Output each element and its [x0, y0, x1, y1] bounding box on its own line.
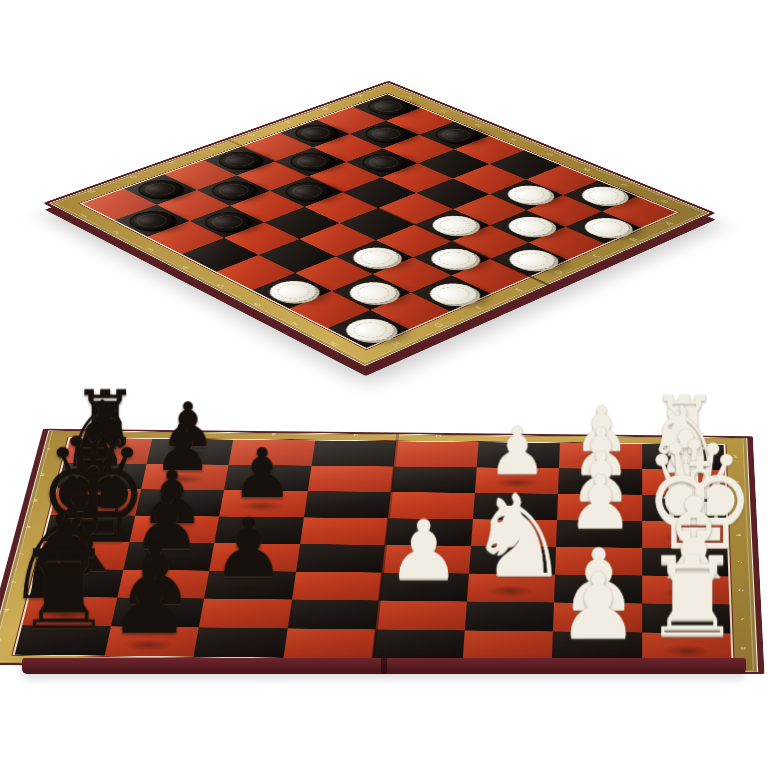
- rank-label: 8: [0, 638, 2, 641]
- file-label: G: [189, 433, 196, 436]
- black-square[interactable]: [304, 491, 391, 518]
- chess-board: HHGGFFEEDDCCBBAA1122334455667788 ♜♟♟♜♞♟♟…: [0, 429, 765, 674]
- black-rook[interactable]: ♜: [15, 537, 105, 647]
- file-label: E: [353, 434, 359, 437]
- black-square[interactable]: [224, 465, 311, 491]
- black-checker[interactable]: [353, 150, 413, 174]
- red-square[interactable]: [300, 517, 388, 545]
- red-square[interactable]: [229, 440, 315, 466]
- white-knight[interactable]: ♞: [468, 479, 556, 593]
- product-photo-scene: HHGGFFEEDDCCBBAA1122334455667788 HHGGFFE…: [0, 0, 768, 768]
- file-label: B: [599, 437, 605, 440]
- black-square[interactable]: [311, 440, 396, 466]
- white-pawn[interactable]: ♟: [380, 510, 468, 592]
- file-label: C: [517, 436, 523, 439]
- white-rook[interactable]: ♜: [643, 543, 733, 653]
- red-square[interactable]: [307, 466, 393, 492]
- red-square[interactable]: [394, 441, 478, 467]
- black-checker[interactable]: [356, 122, 414, 145]
- board-spine-edge: [22, 658, 746, 674]
- file-label: F: [271, 433, 276, 436]
- chess-board-area: HHGGFFEEDDCCBBAA1122334455667788 ♜♟♟♜♞♟♟…: [12, 172, 758, 768]
- black-square[interactable]: [391, 466, 476, 493]
- white-pawn[interactable]: ♟: [553, 561, 643, 652]
- file-label: D: [435, 435, 442, 438]
- black-square[interactable]: [476, 442, 560, 468]
- hinge-notch: [381, 658, 387, 674]
- black-checker[interactable]: [281, 149, 341, 173]
- black-pawn[interactable]: ♟: [104, 556, 194, 647]
- black-pawn[interactable]: ♟: [205, 509, 293, 591]
